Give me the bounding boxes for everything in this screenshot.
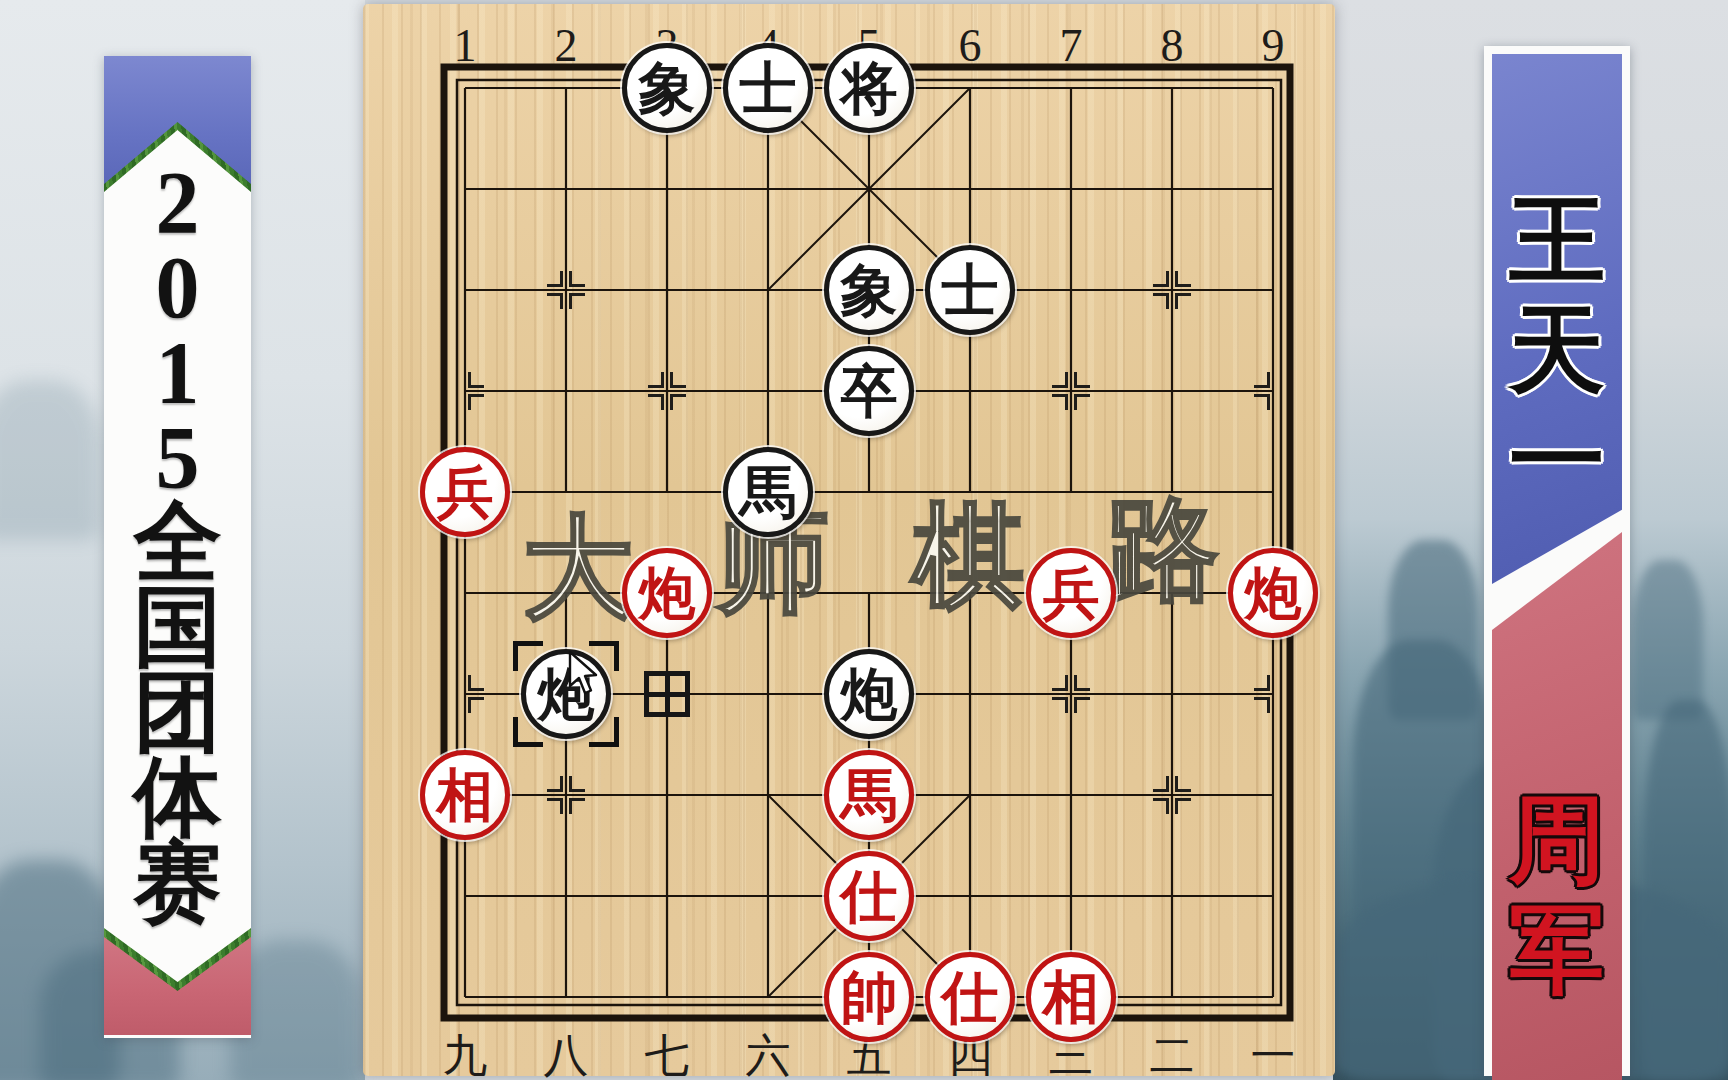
soldier-point-marker	[443, 672, 487, 716]
piece-red-仕[interactable]: 仕	[824, 851, 914, 941]
file-label-top: 1	[454, 19, 477, 72]
soldier-point-marker	[443, 369, 487, 413]
player-name-char: 天	[1509, 296, 1605, 406]
player-name-char: 军	[1509, 896, 1605, 1006]
file-label-top: 2	[555, 19, 578, 72]
piece-black-象[interactable]: 象	[824, 245, 914, 335]
watermark-char: 大	[522, 493, 634, 644]
watermark-char: 路	[1107, 475, 1219, 626]
soldier-point-marker	[1049, 672, 1093, 716]
player-name-char: 王	[1509, 186, 1605, 296]
piece-black-馬[interactable]: 馬	[723, 447, 813, 537]
file-label-bottom: 七	[645, 1026, 690, 1080]
tree-silhouette	[1388, 540, 1478, 720]
soldier-point-marker	[544, 268, 588, 312]
file-label-bottom: 一	[1251, 1026, 1296, 1080]
tree-silhouette	[1633, 560, 1703, 720]
players-banner: 王天一 周军	[1484, 46, 1630, 1076]
event-banner-char: 赛	[134, 840, 222, 925]
soldier-point-marker	[1049, 369, 1093, 413]
soldier-point-marker	[1150, 268, 1194, 312]
player-name-top: 王天一	[1492, 186, 1622, 516]
piece-red-仕[interactable]: 仕	[925, 952, 1015, 1042]
soldier-point-marker	[645, 369, 689, 413]
tree-silhouette	[0, 860, 120, 1080]
file-label-bottom: 六	[746, 1026, 791, 1080]
event-banner: 2015全国团体赛	[104, 56, 251, 1038]
event-title-vertical: 2015全国团体赛	[104, 160, 251, 925]
piece-black-象[interactable]: 象	[622, 43, 712, 133]
piece-red-相[interactable]: 相	[1026, 952, 1116, 1042]
event-banner-char: 2	[156, 160, 200, 245]
piece-red-兵[interactable]: 兵	[1026, 548, 1116, 638]
event-banner-char: 1	[156, 330, 200, 415]
piece-red-馬[interactable]: 馬	[824, 750, 914, 840]
event-banner-char: 5	[156, 415, 200, 500]
piece-red-兵[interactable]: 兵	[420, 447, 510, 537]
event-banner-char: 体	[134, 755, 222, 840]
watermark-char: 棋	[912, 481, 1024, 632]
piece-black-士[interactable]: 士	[925, 245, 1015, 335]
file-label-bottom: 八	[544, 1026, 589, 1080]
player-name-char: 一	[1509, 406, 1605, 516]
soldier-point-marker	[1150, 773, 1194, 817]
mouse-cursor-icon	[568, 650, 604, 698]
file-label-top: 7	[1060, 19, 1083, 72]
file-label-top: 6	[959, 19, 982, 72]
player-name-char: 周	[1509, 786, 1605, 896]
piece-red-帥[interactable]: 帥	[824, 952, 914, 1042]
piece-black-炮[interactable]: 炮	[824, 649, 914, 739]
soldier-point-marker	[544, 773, 588, 817]
soldier-point-marker	[1251, 672, 1295, 716]
event-banner-char: 团	[134, 670, 222, 755]
event-banner-char: 国	[134, 585, 222, 670]
file-label-top: 9	[1262, 19, 1285, 72]
file-label-top: 8	[1161, 19, 1184, 72]
move-origin-marker	[644, 671, 690, 717]
piece-red-炮[interactable]: 炮	[1228, 548, 1318, 638]
piece-red-炮[interactable]: 炮	[622, 548, 712, 638]
player-name-bottom: 周军	[1492, 786, 1622, 1006]
file-label-bottom: 九	[443, 1026, 488, 1080]
event-banner-char: 全	[134, 500, 222, 585]
piece-black-卒[interactable]: 卒	[824, 346, 914, 436]
tree-silhouette	[1353, 640, 1493, 940]
soldier-point-marker	[1251, 369, 1295, 413]
piece-black-将[interactable]: 将	[824, 43, 914, 133]
piece-red-相[interactable]: 相	[420, 750, 510, 840]
piece-black-士[interactable]: 士	[723, 43, 813, 133]
tree-silhouette	[1643, 700, 1728, 1080]
event-banner-char: 0	[156, 245, 200, 330]
tree-silhouette	[0, 380, 100, 540]
file-label-bottom: 二	[1150, 1026, 1195, 1080]
video-frame: 123456789九八七六五四三二一 大师棋路 象士将象士卒馬炮炮兵炮兵炮相馬仕…	[0, 0, 1728, 1080]
